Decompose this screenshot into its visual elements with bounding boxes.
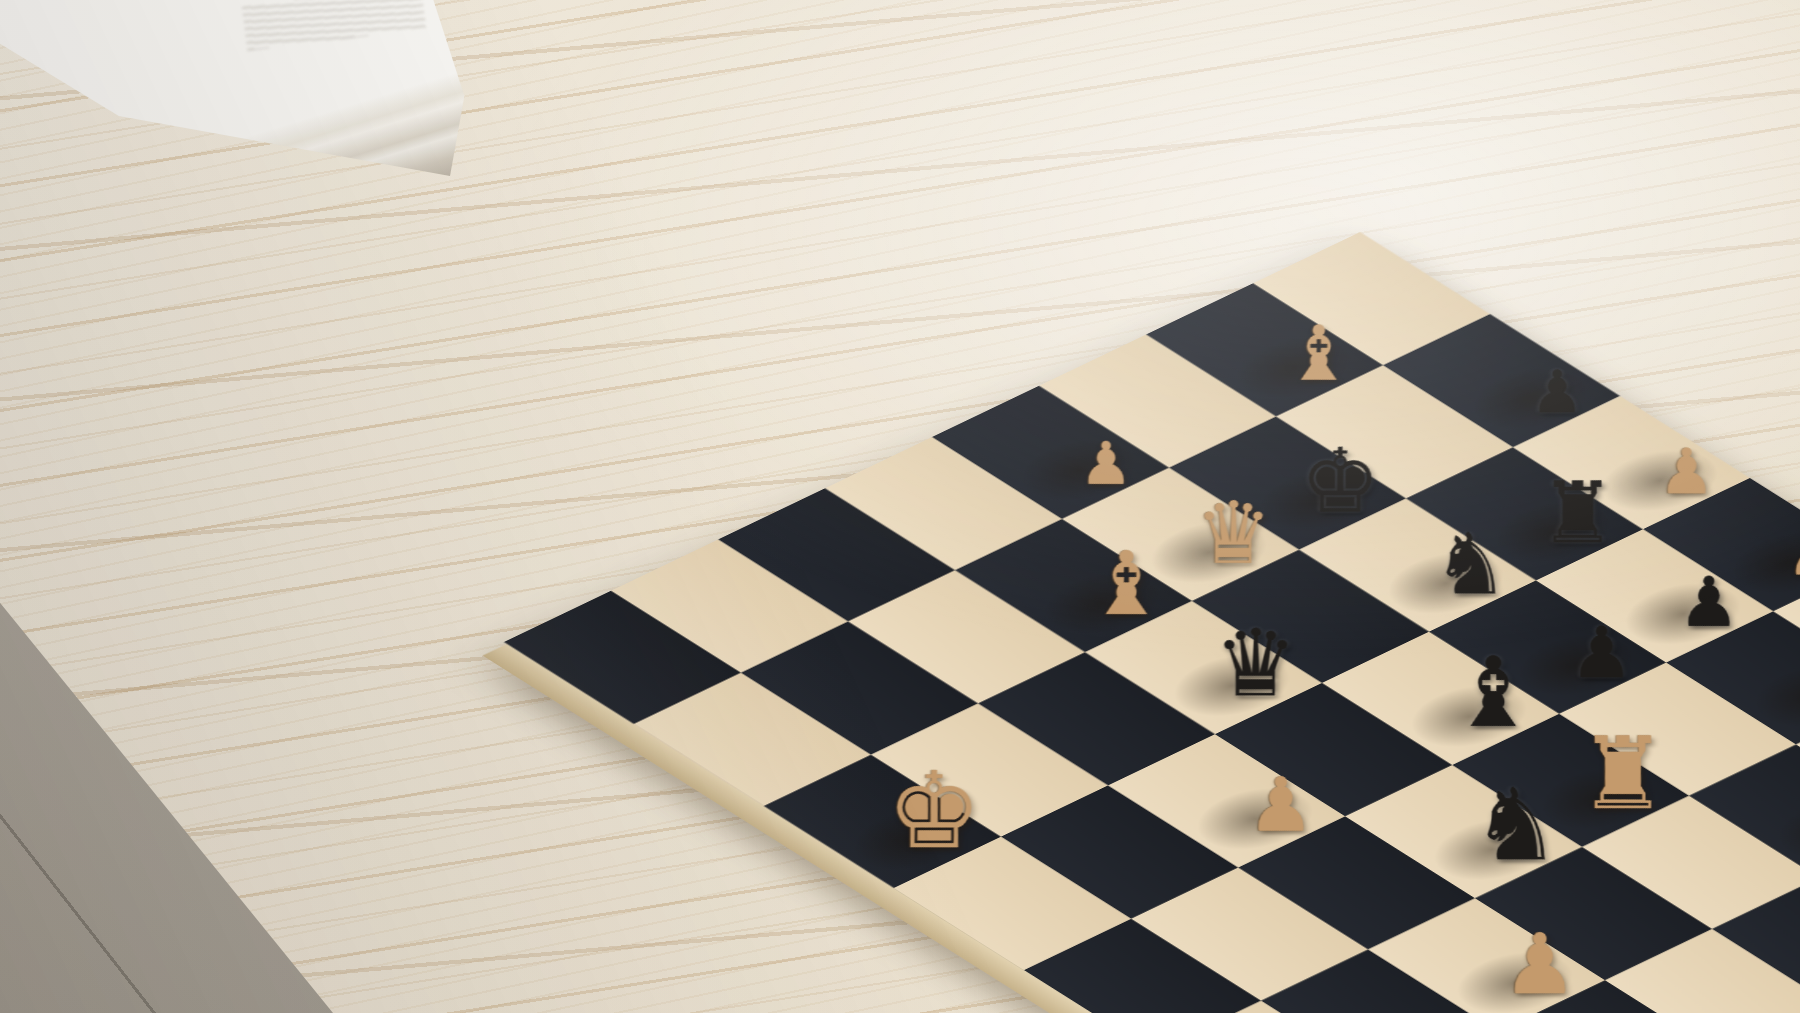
scene: ♟♝♝♛♚♟♚♛♞♜♟♟♝♟♟♟♞♜♟♟♟♞♟♝♜♝♟ [0,0,1800,1013]
light-knight-piece[interactable]: ♞ [1795,756,1800,852]
light-pawn-piece[interactable]: ♟ [1774,648,1800,717]
book-text-lines [242,0,426,51]
